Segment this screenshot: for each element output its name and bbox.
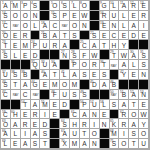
cell-letter: L bbox=[13, 129, 17, 138]
cell-r6c7[interactable]: 27N bbox=[60, 50, 70, 60]
cell-r15c2[interactable]: E bbox=[11, 139, 21, 149]
cell-r14c9[interactable]: T bbox=[80, 129, 90, 139]
cell-r8c14[interactable]: E bbox=[129, 70, 139, 80]
black-cell bbox=[11, 60, 21, 70]
cell-r15c12[interactable]: 71S bbox=[110, 139, 120, 149]
cell-letter: E bbox=[33, 120, 37, 129]
cell-r5c4[interactable]: 24P bbox=[31, 40, 41, 50]
cell-letter: E bbox=[43, 80, 47, 89]
cell-r11c5[interactable]: 55M bbox=[40, 100, 50, 110]
cell-letter: F bbox=[82, 51, 86, 60]
cell-r10c3[interactable]: C bbox=[21, 90, 31, 100]
cell-letter: N bbox=[33, 11, 38, 20]
cell-r8c9[interactable]: S bbox=[80, 70, 90, 80]
clue-number: 9 bbox=[100, 1, 102, 4]
cell-r14c8[interactable]: U bbox=[70, 129, 80, 139]
cell-letter: A bbox=[72, 70, 76, 79]
cell-letter: I bbox=[123, 129, 125, 138]
cell-r5c10[interactable]: A bbox=[90, 40, 100, 50]
cell-r6c9[interactable]: F bbox=[80, 50, 90, 60]
cell-r3c2[interactable]: RAY bbox=[11, 21, 21, 31]
cell-r12c14[interactable]: O bbox=[129, 110, 139, 120]
cell-r4c3[interactable]: R bbox=[21, 31, 31, 41]
cell-letter: W bbox=[140, 110, 146, 119]
cell-letter: O bbox=[72, 21, 77, 30]
cell-r2c9[interactable]: W bbox=[80, 11, 90, 21]
cell-r12c11[interactable]: E bbox=[100, 110, 110, 120]
cell-r10c6[interactable]: 48F bbox=[50, 90, 60, 100]
clue-number: 1 bbox=[2, 1, 4, 4]
cell-letter: S bbox=[43, 129, 47, 138]
clue-number: 28 bbox=[71, 50, 75, 53]
cell-letter: O bbox=[121, 139, 126, 148]
cell-r13c3[interactable]: R bbox=[21, 119, 31, 129]
rebus-letter: RAY bbox=[12, 92, 18, 98]
cell-r6c10[interactable]: W bbox=[90, 50, 100, 60]
cell-r8c2[interactable]: 38S bbox=[11, 70, 21, 80]
cell-r7c6[interactable]: 34A bbox=[50, 60, 60, 70]
cell-letter: E bbox=[13, 41, 17, 50]
cell-letter: A bbox=[132, 21, 136, 30]
cell-r1c1[interactable]: 1A bbox=[1, 1, 11, 11]
cell-r13c7[interactable]: 64S bbox=[60, 119, 70, 129]
cell-r14c1[interactable]: 66A bbox=[1, 129, 11, 139]
cell-r1c14[interactable]: 12R bbox=[129, 1, 139, 11]
cell-r5c11[interactable]: T bbox=[100, 40, 110, 50]
cell-letter: E bbox=[53, 100, 57, 109]
clue-number: 37 bbox=[2, 70, 6, 73]
clue-number: 41 bbox=[61, 70, 65, 73]
cell-r15c3[interactable]: A bbox=[21, 139, 31, 149]
cell-r1c15[interactable]: 13E bbox=[139, 1, 149, 11]
cell-r2c11[interactable]: 16R bbox=[100, 11, 110, 21]
clue-number: 62 bbox=[120, 110, 124, 113]
cell-r9c7[interactable]: O bbox=[60, 80, 70, 90]
cell-r14c4[interactable]: A bbox=[31, 129, 41, 139]
cell-letter: A bbox=[132, 120, 136, 129]
cell-r1c6[interactable]: 5O bbox=[50, 1, 60, 11]
cell-r10c12[interactable]: 50RAY bbox=[110, 90, 120, 100]
clue-number: 58 bbox=[100, 100, 104, 103]
cell-letter: O bbox=[23, 11, 28, 20]
cell-r2c3[interactable]: O bbox=[21, 11, 31, 21]
cell-r7c15[interactable]: S bbox=[139, 60, 149, 70]
cell-r8c1[interactable]: 37U bbox=[1, 70, 11, 80]
cell-r6c13[interactable]: W bbox=[119, 50, 129, 60]
cell-letter: D bbox=[131, 31, 136, 40]
cell-r7c11[interactable]: 36T bbox=[100, 60, 110, 70]
cell-r14c14[interactable]: S bbox=[129, 129, 139, 139]
cell-r15c4[interactable]: S bbox=[31, 139, 41, 149]
cell-r8c3[interactable]: 39B bbox=[21, 70, 31, 80]
cell-r5c9[interactable]: 25C bbox=[80, 40, 90, 50]
clue-number: 4 bbox=[31, 1, 33, 4]
cell-r13c2[interactable]: A bbox=[11, 119, 21, 129]
cell-r4c8[interactable]: S bbox=[70, 31, 80, 41]
cell-r1c13[interactable]: 11A bbox=[119, 1, 129, 11]
cell-r7c13[interactable]: A bbox=[119, 60, 129, 70]
clue-number: 12 bbox=[130, 1, 134, 4]
cell-r4c13[interactable]: E bbox=[119, 31, 129, 41]
cell-r8c15[interactable]: N bbox=[139, 70, 149, 80]
cell-r14c10[interactable]: O bbox=[90, 129, 100, 139]
cell-r2c15[interactable]: R bbox=[139, 11, 149, 21]
cell-letter: C bbox=[23, 90, 28, 99]
cell-r10c15[interactable]: 53N bbox=[139, 90, 149, 100]
cell-r10c14[interactable]: 52A bbox=[129, 90, 139, 100]
cell-r10c1[interactable]: 47C bbox=[1, 90, 11, 100]
clue-number: 71 bbox=[110, 139, 114, 142]
cell-r3c15[interactable]: I bbox=[139, 21, 149, 31]
cell-letter: A bbox=[53, 31, 57, 40]
cell-letter: T bbox=[102, 41, 106, 50]
cell-r2c4[interactable]: N bbox=[31, 11, 41, 21]
clue-number: 11 bbox=[120, 1, 123, 4]
clue-number: 16 bbox=[100, 11, 104, 14]
clue-number: 3 bbox=[21, 1, 23, 4]
cell-r3c8[interactable]: O bbox=[70, 21, 80, 31]
cell-r1c9[interactable]: 8O bbox=[80, 1, 90, 11]
cell-letter: C bbox=[112, 31, 117, 40]
cell-r6c8[interactable]: 28S bbox=[70, 50, 80, 60]
black-cell bbox=[60, 60, 70, 70]
clue-number: 66 bbox=[2, 129, 6, 132]
cell-r14c3[interactable]: I bbox=[21, 129, 31, 139]
cell-r1c12[interactable]: 10L bbox=[110, 1, 120, 11]
cell-letter: N bbox=[102, 120, 107, 129]
cell-r12c1[interactable]: 59C bbox=[1, 110, 11, 120]
cell-r12c5[interactable]: I bbox=[40, 110, 50, 120]
cell-r9c12[interactable]: 46B bbox=[110, 80, 120, 90]
cell-r13c11[interactable]: N bbox=[100, 119, 110, 129]
cell-r15c13[interactable]: O bbox=[119, 139, 129, 149]
cell-r9c1[interactable]: 43S bbox=[1, 80, 11, 90]
cell-r3c4[interactable]: L bbox=[31, 21, 41, 31]
cell-r9c11[interactable]: A bbox=[100, 80, 110, 90]
cell-letter: A bbox=[33, 100, 37, 109]
black-cell bbox=[50, 119, 60, 129]
cell-r15c7[interactable]: 70X bbox=[60, 139, 70, 149]
cell-r12c10[interactable]: N bbox=[90, 110, 100, 120]
cell-r14c12[interactable]: 68M bbox=[110, 129, 120, 139]
cell-r11c9[interactable]: 56P bbox=[80, 100, 90, 110]
cell-r11c4[interactable]: A bbox=[31, 100, 41, 110]
black-cell bbox=[129, 40, 139, 50]
cell-letter: W bbox=[91, 51, 97, 60]
cell-r10c8[interactable]: S bbox=[70, 90, 80, 100]
cell-r8c7[interactable]: 41L bbox=[60, 70, 70, 80]
cell-letter: A bbox=[33, 129, 37, 138]
cell-r13c15[interactable]: Y bbox=[139, 119, 149, 129]
cell-letter: A bbox=[102, 80, 106, 89]
cell-r1c11[interactable]: 9G bbox=[100, 1, 110, 11]
cell-r2c14[interactable]: E bbox=[129, 11, 139, 21]
cell-letter: T bbox=[43, 139, 47, 148]
clue-number: 38 bbox=[11, 70, 15, 73]
cell-r12c4[interactable]: R bbox=[31, 110, 41, 120]
cell-r15c10[interactable]: N bbox=[90, 139, 100, 149]
clue-number: 40 bbox=[41, 70, 45, 73]
cell-letter: T bbox=[63, 31, 67, 40]
cell-r2c7[interactable]: P bbox=[60, 11, 70, 21]
cell-letter: L bbox=[13, 51, 17, 60]
cell-r1c8[interactable]: 7L bbox=[70, 1, 80, 11]
cell-r8c10[interactable]: E bbox=[90, 70, 100, 80]
cell-r12c9[interactable]: A bbox=[80, 110, 90, 120]
cell-letter: S bbox=[132, 129, 136, 138]
cell-r12c8[interactable]: 61C bbox=[70, 110, 80, 120]
cell-r13c5[interactable]: D bbox=[40, 119, 50, 129]
cell-r11c12[interactable]: S bbox=[110, 100, 120, 110]
cell-r3c6[interactable]: C bbox=[50, 21, 60, 31]
cell-r7c8[interactable]: 35P bbox=[70, 60, 80, 70]
cell-letter: E bbox=[13, 31, 17, 40]
cell-r10c7[interactable]: U bbox=[60, 90, 70, 100]
cell-r11c7[interactable]: D bbox=[60, 100, 70, 110]
cell-letter: T bbox=[82, 129, 86, 138]
cell-letter: S bbox=[72, 31, 76, 40]
cell-letter: A bbox=[23, 80, 27, 89]
cell-r11c14[interactable]: T bbox=[129, 100, 139, 110]
cell-r12c3[interactable]: E bbox=[21, 110, 31, 120]
clue-number: 23 bbox=[2, 40, 6, 43]
cell-r3c14[interactable]: A bbox=[129, 21, 139, 31]
cell-r8c5[interactable]: 40A bbox=[40, 70, 50, 80]
cell-letter: R bbox=[23, 31, 28, 40]
cell-r3c9[interactable]: N bbox=[80, 21, 90, 31]
cell-r15c15[interactable]: U bbox=[139, 139, 149, 149]
cell-r8c13[interactable]: 42Y bbox=[119, 70, 129, 80]
black-cell bbox=[100, 50, 110, 60]
cell-r6c2[interactable]: L bbox=[11, 50, 21, 60]
clue-number: 68 bbox=[110, 129, 114, 132]
cell-r2c13[interactable]: L bbox=[119, 11, 129, 21]
cell-r15c9[interactable]: A bbox=[80, 139, 90, 149]
cell-r4c15[interactable]: E bbox=[139, 31, 149, 41]
clue-number: 45 bbox=[90, 80, 94, 83]
cell-r1c4[interactable]: 4S bbox=[31, 1, 41, 11]
black-cell bbox=[110, 110, 120, 120]
cell-r15c14[interactable]: T bbox=[129, 139, 139, 149]
cell-letter: O bbox=[23, 21, 28, 30]
cell-r2c2[interactable]: O bbox=[11, 11, 21, 21]
cell-letter: S bbox=[33, 1, 37, 10]
black-cell bbox=[1, 60, 11, 70]
cell-r3c13[interactable]: L bbox=[119, 21, 129, 31]
cell-r13c14[interactable]: A bbox=[129, 119, 139, 129]
cell-r3c3[interactable]: O bbox=[21, 21, 31, 31]
black-cell bbox=[90, 1, 100, 11]
cell-r11c6[interactable]: E bbox=[50, 100, 60, 110]
cell-letter: M bbox=[52, 80, 57, 89]
cell-r8c11[interactable]: S bbox=[100, 70, 110, 80]
cell-r6c15[interactable]: 31S bbox=[139, 50, 149, 60]
cell-letter: M bbox=[72, 80, 77, 89]
cell-r13c4[interactable]: E bbox=[31, 119, 41, 129]
cell-r2c1[interactable]: 14S bbox=[1, 11, 11, 21]
clue-number: 52 bbox=[130, 90, 134, 93]
cell-r7c4[interactable]: 32Q bbox=[31, 60, 41, 70]
clue-number: 24 bbox=[31, 40, 35, 43]
cell-letter: A bbox=[62, 41, 66, 50]
cell-r12c13[interactable]: 62R bbox=[119, 110, 129, 120]
black-cell bbox=[11, 100, 21, 110]
cell-r9c5[interactable]: E bbox=[40, 80, 50, 90]
cell-r13c13[interactable]: R bbox=[119, 119, 129, 129]
cell-r12c2[interactable]: 60H bbox=[11, 110, 21, 120]
cell-r4c5[interactable]: 21B bbox=[40, 31, 50, 41]
cell-r13c9[interactable]: R bbox=[80, 119, 90, 129]
cell-r2c6[interactable]: 15S bbox=[50, 11, 60, 21]
cell-r14c13[interactable]: I bbox=[119, 129, 129, 139]
cell-r3c12[interactable]: N bbox=[110, 21, 120, 31]
cell-r3c1[interactable]: 17C bbox=[1, 21, 11, 31]
cell-r7c5[interactable]: 33U bbox=[40, 60, 50, 70]
cell-letter: D bbox=[43, 120, 48, 129]
cell-r11c15[interactable]: E bbox=[139, 100, 149, 110]
cell-letter: O bbox=[131, 110, 136, 119]
cell-r4c10[interactable]: 22S bbox=[90, 31, 100, 41]
clue-number: 53 bbox=[140, 90, 144, 93]
clue-number: 14 bbox=[2, 11, 6, 14]
cell-r4c14[interactable]: D bbox=[129, 31, 139, 41]
clue-number: 27 bbox=[61, 50, 65, 53]
cell-r7c10[interactable]: R bbox=[90, 60, 100, 70]
cell-letter: T bbox=[132, 100, 136, 109]
cell-r5c7[interactable]: A bbox=[60, 40, 70, 50]
cell-r9c3[interactable]: A bbox=[21, 80, 31, 90]
cell-r6c14[interactable]: 30A bbox=[129, 50, 139, 60]
cell-r14c5[interactable]: S bbox=[40, 129, 50, 139]
cell-r9c2[interactable]: T bbox=[11, 80, 21, 90]
cell-r4c11[interactable]: E bbox=[100, 31, 110, 41]
cell-r3c7[interactable]: RAY bbox=[60, 21, 70, 31]
cell-r7c14[interactable]: L bbox=[129, 60, 139, 70]
cell-letter: S bbox=[141, 60, 145, 69]
cell-r5c6[interactable]: R bbox=[50, 40, 60, 50]
cell-r13c8[interactable]: H bbox=[70, 119, 80, 129]
cell-letter: E bbox=[102, 31, 106, 40]
cell-r4c12[interactable]: C bbox=[110, 31, 120, 41]
cell-r3c5[interactable]: 18A bbox=[40, 21, 50, 31]
clue-number: 29 bbox=[110, 50, 114, 53]
cell-r9c8[interactable]: M bbox=[70, 80, 80, 90]
cell-letter: O bbox=[82, 60, 87, 69]
cell-r4c2[interactable]: E bbox=[11, 31, 21, 41]
cell-r8c8[interactable]: A bbox=[70, 70, 80, 80]
cell-r13c12[interactable]: 65K bbox=[110, 119, 120, 129]
cell-letter: A bbox=[82, 110, 86, 119]
cell-r1c3[interactable]: 3P bbox=[21, 1, 31, 11]
cell-letter: O bbox=[82, 1, 87, 10]
cell-letter: G bbox=[102, 1, 107, 10]
cell-letter: N bbox=[141, 70, 146, 79]
black-cell bbox=[70, 100, 80, 110]
clue-number: 18 bbox=[41, 21, 45, 24]
cell-r12c6[interactable]: E bbox=[50, 110, 60, 120]
cell-r1c2[interactable]: 2M bbox=[11, 1, 21, 11]
cell-r5c5[interactable]: U bbox=[40, 40, 50, 50]
cell-r7c12[interactable]: RAY bbox=[110, 60, 120, 70]
clue-number: 48 bbox=[51, 90, 55, 93]
rebus-letter: RAY bbox=[32, 92, 38, 98]
cell-letter: R bbox=[121, 120, 126, 129]
cell-r10c4[interactable]: RAY bbox=[31, 90, 41, 100]
black-cell bbox=[80, 31, 90, 41]
cell-r15c8[interactable]: M bbox=[70, 139, 80, 149]
clue-number: 59 bbox=[2, 110, 6, 113]
cell-r12c15[interactable]: W bbox=[139, 110, 149, 120]
cell-r13c10[interactable]: I bbox=[90, 119, 100, 129]
cell-r2c12[interactable]: U bbox=[110, 11, 120, 21]
cell-letter: O bbox=[92, 129, 97, 138]
cell-r15c1[interactable]: 69L bbox=[1, 139, 11, 149]
cell-r6c12[interactable]: 29T bbox=[110, 50, 120, 60]
cell-r1c7[interactable]: 6S bbox=[60, 1, 70, 11]
cell-r2c8[interactable]: E bbox=[70, 11, 80, 21]
cell-letter: U bbox=[141, 139, 146, 148]
cell-r4c1[interactable]: 20O bbox=[1, 31, 11, 41]
cell-r9c4[interactable]: 44G bbox=[31, 80, 41, 90]
cell-r6c1[interactable]: 26S bbox=[1, 50, 11, 60]
cell-r13c1[interactable]: 63O bbox=[1, 119, 11, 129]
cell-r5c13[interactable]: Y bbox=[119, 40, 129, 50]
clue-number: 33 bbox=[41, 60, 45, 63]
cell-r9c10[interactable]: 45D bbox=[90, 80, 100, 90]
cell-r10c2[interactable]: RAY bbox=[11, 90, 21, 100]
cell-r7c9[interactable]: O bbox=[80, 60, 90, 70]
cell-r14c2[interactable]: L bbox=[11, 129, 21, 139]
cell-r5c1[interactable]: 23T bbox=[1, 40, 11, 50]
cell-r3c11[interactable]: 19E bbox=[100, 21, 110, 31]
cell-r6c3[interactable]: E bbox=[21, 50, 31, 60]
cell-letter: S bbox=[102, 70, 106, 79]
cell-letter: I bbox=[24, 129, 26, 138]
black-cell bbox=[100, 90, 110, 100]
cell-letter: H bbox=[72, 120, 77, 129]
cell-letter: E bbox=[23, 110, 27, 119]
cell-r14c15[interactable]: O bbox=[139, 129, 149, 139]
cell-r11c11[interactable]: 58L bbox=[100, 100, 110, 110]
cell-r4c6[interactable]: A bbox=[50, 31, 60, 41]
cell-r11c10[interactable]: 57U bbox=[90, 100, 100, 110]
cell-r14c7[interactable]: 67A bbox=[60, 129, 70, 139]
clue-number: 7 bbox=[71, 1, 73, 4]
cell-r11c13[interactable]: A bbox=[119, 100, 129, 110]
cell-r6c4[interactable]: D bbox=[31, 50, 41, 60]
cell-letter: E bbox=[122, 31, 126, 40]
black-cell bbox=[40, 90, 50, 100]
cell-r8c6[interactable]: T bbox=[50, 70, 60, 80]
cell-letter: R bbox=[82, 120, 87, 129]
cell-r15c5[interactable]: T bbox=[40, 139, 50, 149]
cell-r11c3[interactable]: 54T bbox=[21, 100, 31, 110]
cell-r9c6[interactable]: M bbox=[50, 80, 60, 90]
black-cell bbox=[110, 70, 120, 80]
clue-number: 15 bbox=[51, 11, 55, 14]
black-cell bbox=[129, 80, 139, 90]
black-cell bbox=[90, 90, 100, 100]
black-cell bbox=[21, 60, 31, 70]
cell-r5c2[interactable]: E bbox=[11, 40, 21, 50]
cell-r5c12[interactable]: H bbox=[110, 40, 120, 50]
cell-r10c13[interactable]: 51B bbox=[119, 90, 129, 100]
cell-r4c7[interactable]: T bbox=[60, 31, 70, 41]
cell-r5c3[interactable]: M bbox=[21, 40, 31, 50]
cell-letter: L bbox=[73, 1, 77, 10]
cell-letter: R bbox=[23, 120, 28, 129]
cell-r10c9[interactable]: 49S bbox=[80, 90, 90, 100]
